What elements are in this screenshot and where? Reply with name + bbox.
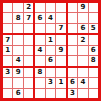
cell-r5c4[interactable]: 4 bbox=[35, 46, 44, 55]
cell-r8c2[interactable] bbox=[13, 78, 22, 87]
cell-r7c4[interactable]: 8 bbox=[35, 68, 44, 77]
cell-r3c9[interactable]: 5 bbox=[89, 24, 98, 33]
cell-r8c3[interactable] bbox=[24, 78, 33, 87]
cell-r5c2[interactable] bbox=[13, 46, 22, 55]
cell-r7c6[interactable] bbox=[56, 68, 65, 77]
cell-r8c1[interactable] bbox=[3, 78, 12, 87]
cell-r7c8[interactable] bbox=[78, 68, 87, 77]
cell-r6c8[interactable] bbox=[78, 56, 87, 65]
cell-r2c8[interactable] bbox=[78, 13, 87, 22]
cell-r9c6[interactable] bbox=[56, 89, 65, 98]
cell-r6c9[interactable]: 8 bbox=[89, 56, 98, 65]
cell-r5c9[interactable]: 6 bbox=[89, 46, 98, 55]
cell-r2c5[interactable]: 4 bbox=[46, 13, 55, 22]
cell-r4c4[interactable] bbox=[35, 35, 44, 44]
cell-r1c8[interactable]: 9 bbox=[78, 3, 87, 12]
cell-r5c3[interactable] bbox=[24, 46, 33, 55]
cell-r7c3[interactable] bbox=[24, 68, 33, 77]
cell-r5c5[interactable] bbox=[46, 46, 55, 55]
cell-r3c3[interactable] bbox=[24, 24, 33, 33]
box-2: 647 bbox=[35, 3, 65, 33]
cell-r7c2[interactable]: 9 bbox=[13, 68, 22, 77]
box-3: 965 bbox=[68, 3, 98, 33]
cell-r9c9[interactable] bbox=[89, 89, 98, 98]
cell-r4c2[interactable] bbox=[13, 35, 22, 44]
cell-r4c7[interactable] bbox=[68, 35, 77, 44]
cell-r4c5[interactable]: 1 bbox=[46, 35, 55, 44]
cell-r5c1[interactable]: 1 bbox=[3, 46, 12, 55]
cell-r5c6[interactable]: 9 bbox=[56, 46, 65, 55]
cell-r3c4[interactable] bbox=[35, 24, 44, 33]
cell-r5c7[interactable] bbox=[68, 46, 77, 55]
cell-r4c8[interactable]: 2 bbox=[78, 35, 87, 44]
cell-r7c5[interactable] bbox=[46, 68, 55, 77]
cell-r2c4[interactable]: 6 bbox=[35, 13, 44, 22]
cell-r6c3[interactable] bbox=[24, 56, 33, 65]
cell-r9c1[interactable] bbox=[3, 89, 12, 98]
cell-r1c1[interactable] bbox=[3, 3, 12, 12]
cell-r1c6[interactable] bbox=[56, 3, 65, 12]
cell-r1c7[interactable] bbox=[68, 3, 77, 12]
box-1: 287 bbox=[3, 3, 33, 33]
box-7: 396 bbox=[3, 68, 33, 98]
cell-r2c2[interactable]: 8 bbox=[13, 13, 22, 22]
box-9: 643 bbox=[68, 68, 98, 98]
cell-r6c6[interactable] bbox=[56, 56, 65, 65]
cell-r9c2[interactable]: 6 bbox=[13, 89, 22, 98]
cell-r1c4[interactable] bbox=[35, 3, 44, 12]
box-5: 1496 bbox=[35, 35, 65, 65]
cell-r8c7[interactable]: 6 bbox=[68, 78, 77, 87]
cell-r9c3[interactable] bbox=[24, 89, 33, 98]
cell-r8c8[interactable]: 4 bbox=[78, 78, 87, 87]
box-6: 268 bbox=[68, 35, 98, 65]
cell-r1c5[interactable] bbox=[46, 3, 55, 12]
cell-r7c9[interactable] bbox=[89, 68, 98, 77]
cell-r5c8[interactable] bbox=[78, 46, 87, 55]
cell-r3c5[interactable] bbox=[46, 24, 55, 33]
box-4: 714 bbox=[3, 35, 33, 65]
cell-r2c3[interactable]: 7 bbox=[24, 13, 33, 22]
cell-r8c5[interactable]: 3 bbox=[46, 78, 55, 87]
cell-r8c6[interactable]: 1 bbox=[56, 78, 65, 87]
cell-r1c3[interactable]: 2 bbox=[24, 3, 33, 12]
cell-r2c1[interactable] bbox=[3, 13, 12, 22]
cell-r9c8[interactable] bbox=[78, 89, 87, 98]
cell-r6c2[interactable]: 4 bbox=[13, 56, 22, 65]
cell-r8c9[interactable] bbox=[89, 78, 98, 87]
cell-r6c4[interactable] bbox=[35, 56, 44, 65]
cell-r3c8[interactable]: 6 bbox=[78, 24, 87, 33]
cell-r3c6[interactable]: 7 bbox=[56, 24, 65, 33]
cell-r1c9[interactable] bbox=[89, 3, 98, 12]
cell-r9c5[interactable] bbox=[46, 89, 55, 98]
box-8: 831 bbox=[35, 68, 65, 98]
cell-r4c3[interactable] bbox=[24, 35, 33, 44]
cell-r9c4[interactable] bbox=[35, 89, 44, 98]
cell-r9c7[interactable]: 3 bbox=[68, 89, 77, 98]
sudoku-board: 2876479657141496268396831643 bbox=[0, 0, 101, 101]
cell-r6c1[interactable] bbox=[3, 56, 12, 65]
cell-r4c6[interactable] bbox=[56, 35, 65, 44]
cell-r1c2[interactable] bbox=[13, 3, 22, 12]
cell-r7c7[interactable] bbox=[68, 68, 77, 77]
cell-r6c5[interactable]: 6 bbox=[46, 56, 55, 65]
cell-r3c7[interactable] bbox=[68, 24, 77, 33]
cell-r2c9[interactable] bbox=[89, 13, 98, 22]
cell-r3c1[interactable] bbox=[3, 24, 12, 33]
cell-r2c7[interactable] bbox=[68, 13, 77, 22]
cell-r7c1[interactable]: 3 bbox=[3, 68, 12, 77]
cell-r6c7[interactable] bbox=[68, 56, 77, 65]
cell-r4c1[interactable]: 7 bbox=[3, 35, 12, 44]
cell-r8c4[interactable] bbox=[35, 78, 44, 87]
cell-r2c6[interactable] bbox=[56, 13, 65, 22]
cell-r4c9[interactable] bbox=[89, 35, 98, 44]
cell-r3c2[interactable] bbox=[13, 24, 22, 33]
